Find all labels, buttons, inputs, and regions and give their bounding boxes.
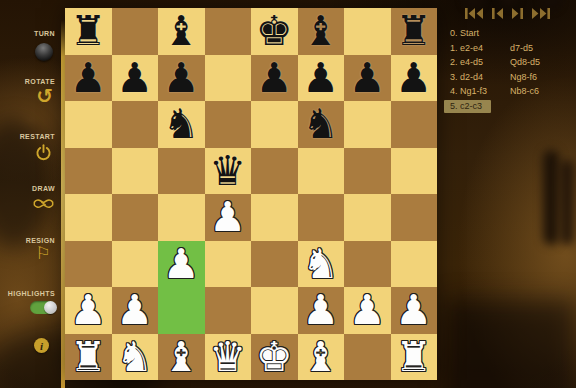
square-b8[interactable] [112,8,159,55]
sidebar: TURN ROTATE ↺ RESTART DRAW RESIGN ⚐ HIGH… [0,0,62,388]
square-e2[interactable] [251,287,298,334]
square-f2[interactable]: ♟ [298,287,345,334]
move-black[interactable]: Nb8-c6 [510,86,539,96]
square-h8[interactable]: ♜ [391,8,438,55]
turn-indicator [35,43,53,61]
white-knight-f3: ♞ [302,241,339,288]
chess-board: ♜♝♚♝♜♟♟♟♟♟♟♟♞♞♛♟♟♞♟♟♟♟♟♜♞♝♛♚♝♜ [65,8,437,380]
black-pawn-c7: ♟ [163,55,200,102]
square-g8[interactable] [344,8,391,55]
move-black[interactable]: Ng8-f6 [510,72,537,82]
move-white[interactable]: 3. d2-d4 [450,72,483,82]
square-f5[interactable] [298,148,345,195]
square-c5[interactable] [158,148,205,195]
square-c1[interactable]: ♝ [158,334,205,381]
square-a6[interactable] [65,101,112,148]
white-pawn-b2: ♟ [116,287,153,334]
square-d3[interactable] [205,241,252,288]
white-bishop-c1: ♝ [163,334,200,381]
move-row-5[interactable]: 5. c2-c3 [440,100,576,115]
white-pawn-h2: ♟ [395,287,432,334]
white-bishop-f1: ♝ [302,334,339,381]
square-d2[interactable] [205,287,252,334]
move-list: 0. Start1. e2-e4d7-d52. e4-d5Qd8-d53. d2… [440,27,576,114]
black-rook-h8: ♜ [395,8,432,55]
black-pawn-a7: ♟ [70,55,107,102]
square-b4[interactable] [112,194,159,241]
black-bishop-f8: ♝ [302,8,339,55]
square-e8[interactable]: ♚ [251,8,298,55]
turn-label: TURN [34,30,55,37]
square-c3[interactable]: ♟ [158,241,205,288]
black-rook-a8: ♜ [70,8,107,55]
square-h1[interactable]: ♜ [391,334,438,381]
square-h6[interactable] [391,101,438,148]
highlights-toggle[interactable] [30,301,56,314]
background-piece-silhouette [560,160,574,245]
square-g1[interactable] [344,334,391,381]
move-row-4[interactable]: 4. Ng1-f3Nb8-c6 [440,85,576,100]
move-row-0[interactable]: 0. Start [440,27,576,42]
move-row-2[interactable]: 2. e4-d5Qd8-d5 [440,56,576,71]
square-f6[interactable]: ♞ [298,101,345,148]
square-f1[interactable]: ♝ [298,334,345,381]
restart-power-icon[interactable] [35,144,52,161]
square-e4[interactable] [251,194,298,241]
move-white[interactable]: 2. e4-d5 [450,57,483,67]
square-f8[interactable]: ♝ [298,8,345,55]
black-knight-c6: ♞ [163,101,200,148]
white-queen-d1: ♛ [209,334,246,381]
square-c4[interactable] [158,194,205,241]
square-g3[interactable] [344,241,391,288]
square-a2[interactable]: ♟ [65,287,112,334]
last-move-button[interactable] [532,8,550,19]
square-e5[interactable] [251,148,298,195]
move-black[interactable]: d7-d5 [510,43,533,53]
square-h5[interactable] [391,148,438,195]
rotate-icon[interactable]: ↺ [36,86,53,106]
move-white[interactable]: 4. Ng1-f3 [450,86,487,96]
square-b2[interactable]: ♟ [112,287,159,334]
square-g6[interactable] [344,101,391,148]
square-c6[interactable]: ♞ [158,101,205,148]
square-g4[interactable] [344,194,391,241]
move-row-3[interactable]: 3. d2-d4Ng8-f6 [440,71,576,86]
square-c8[interactable]: ♝ [158,8,205,55]
draw-label: DRAW [32,185,55,192]
toggle-knob [44,301,57,314]
resign-flag-icon[interactable]: ⚐ [36,244,51,262]
black-bishop-c8: ♝ [163,8,200,55]
move-white[interactable]: 5. c2-c3 [444,100,491,113]
square-h7[interactable]: ♟ [391,55,438,102]
black-pawn-f7: ♟ [302,55,339,102]
square-d1[interactable]: ♛ [205,334,252,381]
square-e1[interactable]: ♚ [251,334,298,381]
white-rook-h1: ♜ [395,334,432,381]
square-d4[interactable]: ♟ [205,194,252,241]
previous-move-button[interactable] [492,8,503,19]
square-f3[interactable]: ♞ [298,241,345,288]
square-b7[interactable]: ♟ [112,55,159,102]
highlights-label: HIGHLIGHTS [8,290,55,297]
square-b1[interactable]: ♞ [112,334,159,381]
black-pawn-h7: ♟ [395,55,432,102]
black-queen-d5: ♛ [209,148,246,195]
black-pawn-b7: ♟ [116,55,153,102]
square-g7[interactable]: ♟ [344,55,391,102]
square-f4[interactable] [298,194,345,241]
square-a5[interactable] [65,148,112,195]
move-white[interactable]: 1. e2-e4 [450,43,483,53]
square-a7[interactable]: ♟ [65,55,112,102]
square-a1[interactable]: ♜ [65,334,112,381]
draw-handshake-icon[interactable] [33,197,54,211]
app-window: ♜♝♚♝♜♟♟♟♟♟♟♟♞♞♛♟♟♞♟♟♟♟♟♜♞♝♛♚♝♜ TURN ROTA… [0,0,576,388]
square-g2[interactable]: ♟ [344,287,391,334]
square-e6[interactable] [251,101,298,148]
move-navigation [440,6,576,20]
square-d5[interactable]: ♛ [205,148,252,195]
square-h4[interactable] [391,194,438,241]
square-b5[interactable] [112,148,159,195]
white-pawn-a2: ♟ [70,287,107,334]
move-row-1[interactable]: 1. e2-e4d7-d5 [440,42,576,57]
white-pawn-f2: ♟ [302,287,339,334]
square-f7[interactable]: ♟ [298,55,345,102]
white-king-e1: ♚ [256,334,293,381]
white-pawn-g2: ♟ [349,287,386,334]
square-a3[interactable] [65,241,112,288]
square-c7[interactable]: ♟ [158,55,205,102]
black-knight-f6: ♞ [302,101,339,148]
square-g5[interactable] [344,148,391,195]
first-move-button[interactable] [465,8,483,19]
square-a4[interactable] [65,194,112,241]
info-button[interactable]: i [34,338,49,353]
square-h3[interactable] [391,241,438,288]
white-knight-b1: ♞ [116,334,153,381]
restart-label: RESTART [20,133,55,140]
white-pawn-d4: ♟ [209,194,246,241]
move-white[interactable]: 0. Start [450,28,479,38]
next-move-button[interactable] [512,8,523,19]
square-c2[interactable] [158,287,205,334]
square-b6[interactable] [112,101,159,148]
white-rook-a1: ♜ [70,334,107,381]
square-d8[interactable] [205,8,252,55]
black-pawn-g7: ♟ [349,55,386,102]
square-a8[interactable]: ♜ [65,8,112,55]
black-king-e8: ♚ [256,8,293,55]
white-pawn-c3: ♟ [163,241,200,288]
square-e3[interactable] [251,241,298,288]
square-h2[interactable]: ♟ [391,287,438,334]
square-e7[interactable]: ♟ [251,55,298,102]
move-black[interactable]: Qd8-d5 [510,57,540,67]
square-b3[interactable] [112,241,159,288]
square-d7[interactable] [205,55,252,102]
black-pawn-e7: ♟ [256,55,293,102]
background-piece-silhouette [543,150,559,245]
square-d6[interactable] [205,101,252,148]
background-shadow [445,300,575,388]
